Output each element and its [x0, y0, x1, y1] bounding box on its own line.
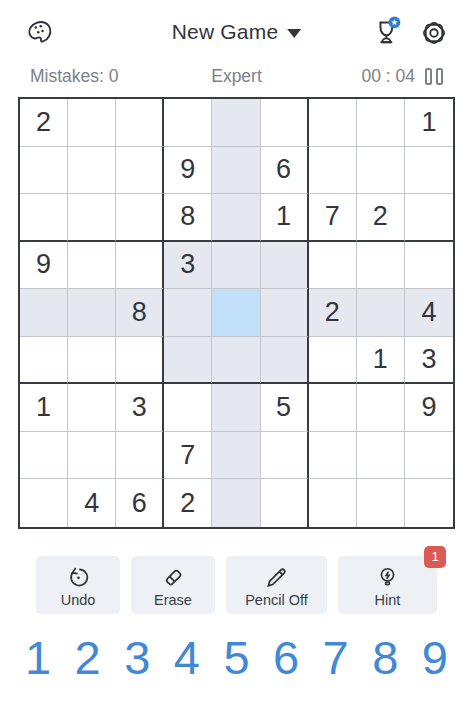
numpad-digit-2[interactable]: 2: [75, 634, 101, 681]
cell-r3c7[interactable]: 7: [309, 194, 357, 242]
cell-r6c8[interactable]: 1: [357, 337, 405, 385]
cell-r2c3[interactable]: [116, 147, 164, 195]
cell-r4c2[interactable]: [68, 242, 116, 290]
cell-r6c9[interactable]: 3: [405, 337, 453, 385]
cell-r7c4[interactable]: [164, 384, 212, 432]
undo-label: Undo: [61, 592, 96, 608]
cell-r4c7[interactable]: [309, 242, 357, 290]
cell-r2c5[interactable]: [212, 147, 260, 195]
hint-label: Hint: [375, 592, 401, 608]
cell-r1c7[interactable]: [309, 99, 357, 147]
cell-r4c3[interactable]: [116, 242, 164, 290]
cell-r2c1[interactable]: [20, 147, 68, 195]
cell-r6c1[interactable]: [20, 337, 68, 385]
cell-r6c4[interactable]: [164, 337, 212, 385]
cell-r3c5[interactable]: [212, 194, 260, 242]
cell-r6c5[interactable]: [212, 337, 260, 385]
pencil-label: Pencil Off: [245, 592, 308, 608]
chevron-down-icon: [287, 29, 301, 38]
cell-r2c6[interactable]: 6: [261, 147, 309, 195]
cell-r8c5[interactable]: [212, 432, 260, 480]
cell-r4c4[interactable]: 3: [164, 242, 212, 290]
cell-r2c9[interactable]: [405, 147, 453, 195]
top-bar: New Game: [0, 0, 473, 52]
cell-r5c3[interactable]: 8: [116, 289, 164, 337]
cell-r3c4[interactable]: 8: [164, 194, 212, 242]
cell-r2c4[interactable]: 9: [164, 147, 212, 195]
cell-r1c8[interactable]: [357, 99, 405, 147]
cell-r1c3[interactable]: [116, 99, 164, 147]
cell-r8c4[interactable]: 7: [164, 432, 212, 480]
hint-button[interactable]: 1 Hint: [338, 556, 437, 614]
numpad-digit-8[interactable]: 8: [372, 634, 398, 681]
cell-r3c3[interactable]: [116, 194, 164, 242]
cell-r4c9[interactable]: [405, 242, 453, 290]
erase-label: Erase: [154, 592, 192, 608]
cell-r3c2[interactable]: [68, 194, 116, 242]
cell-r8c8[interactable]: [357, 432, 405, 480]
cell-r9c1[interactable]: [20, 479, 68, 527]
cell-r5c2[interactable]: [68, 289, 116, 337]
cell-r6c7[interactable]: [309, 337, 357, 385]
cell-r1c4[interactable]: [164, 99, 212, 147]
cell-r8c7[interactable]: [309, 432, 357, 480]
numpad-digit-6[interactable]: 6: [273, 634, 299, 681]
numpad-digit-5[interactable]: 5: [223, 634, 249, 681]
cell-r2c7[interactable]: [309, 147, 357, 195]
cell-r1c1[interactable]: 2: [20, 99, 68, 147]
cell-r9c8[interactable]: [357, 479, 405, 527]
cell-r9c5[interactable]: [212, 479, 260, 527]
status-bar: Mistakes: 0 Expert 00 : 04: [0, 66, 473, 87]
cell-r4c5[interactable]: [212, 242, 260, 290]
cell-r4c1[interactable]: 9: [20, 242, 68, 290]
cell-r1c5[interactable]: [212, 99, 260, 147]
cell-r4c6[interactable]: [261, 242, 309, 290]
cell-r9c9[interactable]: [405, 479, 453, 527]
cell-r7c9[interactable]: 9: [405, 384, 453, 432]
hint-badge: 1: [424, 546, 446, 568]
numpad-digit-1[interactable]: 1: [25, 634, 51, 681]
sudoku-board: 21968172938241313597462: [18, 97, 455, 529]
cell-r2c8[interactable]: [357, 147, 405, 195]
cell-r5c8[interactable]: [357, 289, 405, 337]
undo-button[interactable]: Undo: [36, 556, 120, 614]
settings-icon[interactable]: [419, 18, 449, 48]
cell-r9c7[interactable]: [309, 479, 357, 527]
cell-r7c7[interactable]: [309, 384, 357, 432]
cell-r5c5[interactable]: [212, 289, 260, 337]
cell-r4c8[interactable]: [357, 242, 405, 290]
page-title: New Game: [172, 20, 279, 44]
cell-r1c9[interactable]: 1: [405, 99, 453, 147]
numpad-digit-9[interactable]: 9: [422, 634, 448, 681]
cell-r7c2[interactable]: [68, 384, 116, 432]
cell-r3c8[interactable]: 2: [357, 194, 405, 242]
cell-r5c6[interactable]: [261, 289, 309, 337]
cell-r7c8[interactable]: [357, 384, 405, 432]
cell-r5c4[interactable]: [164, 289, 212, 337]
cell-r7c5[interactable]: [212, 384, 260, 432]
cell-r6c3[interactable]: [116, 337, 164, 385]
cell-r2c2[interactable]: [68, 147, 116, 195]
erase-button[interactable]: Erase: [131, 556, 215, 614]
palette-icon[interactable]: [24, 18, 54, 48]
cell-r8c2[interactable]: [68, 432, 116, 480]
cell-r8c6[interactable]: [261, 432, 309, 480]
cell-r3c9[interactable]: [405, 194, 453, 242]
cell-r5c1[interactable]: [20, 289, 68, 337]
cell-r8c9[interactable]: [405, 432, 453, 480]
cell-r9c3[interactable]: 6: [116, 479, 164, 527]
cell-r1c6[interactable]: [261, 99, 309, 147]
cell-r9c6[interactable]: [261, 479, 309, 527]
cell-r1c2[interactable]: [68, 99, 116, 147]
difficulty-label: Expert: [168, 66, 306, 87]
mistakes-counter: Mistakes: 0: [30, 66, 168, 87]
pause-icon[interactable]: [425, 68, 443, 85]
cell-r6c6[interactable]: [261, 337, 309, 385]
cell-r5c7[interactable]: 2: [309, 289, 357, 337]
numpad-digit-7[interactable]: 7: [323, 634, 349, 681]
number-pad: 123456789: [25, 634, 448, 681]
pencil-button[interactable]: Pencil Off: [226, 556, 327, 614]
cell-r9c2[interactable]: 4: [68, 479, 116, 527]
cell-r3c6[interactable]: 1: [261, 194, 309, 242]
toolbar: Undo Erase Pencil Off 1 Hint: [36, 556, 437, 614]
trophy-icon[interactable]: [370, 16, 404, 50]
cell-r7c1[interactable]: 1: [20, 384, 68, 432]
new-game-dropdown[interactable]: New Game: [172, 20, 302, 44]
cell-r6c2[interactable]: [68, 337, 116, 385]
cell-r8c1[interactable]: [20, 432, 68, 480]
cell-r8c3[interactable]: [116, 432, 164, 480]
cell-r3c1[interactable]: [20, 194, 68, 242]
cell-r7c3[interactable]: 3: [116, 384, 164, 432]
cell-r5c9[interactable]: 4: [405, 289, 453, 337]
numpad-digit-4[interactable]: 4: [174, 634, 200, 681]
timer: 00 : 04: [361, 66, 415, 87]
numpad-digit-3[interactable]: 3: [124, 634, 150, 681]
cell-r7c6[interactable]: 5: [261, 384, 309, 432]
cell-r9c4[interactable]: 2: [164, 479, 212, 527]
